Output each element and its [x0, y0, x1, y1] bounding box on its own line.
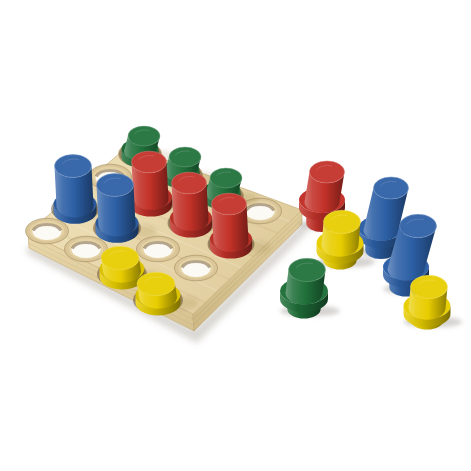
green-peg-top: [289, 258, 326, 281]
red-peg-top: [132, 151, 167, 173]
peg-board-photo: [0, 0, 471, 471]
yellow-peg-top: [411, 275, 448, 298]
green-peg-top: [128, 126, 160, 146]
blue-peg-top: [400, 214, 437, 237]
yellow-peg-top: [137, 272, 175, 296]
loose-pegs: [280, 161, 463, 330]
scene: [0, 0, 471, 471]
yellow-peg-top: [101, 246, 139, 270]
loose-peg-yellow-6[interactable]: [404, 275, 463, 329]
green-peg-top: [210, 168, 242, 188]
red-peg-top: [172, 172, 207, 194]
yellow-peg-top: [324, 210, 361, 233]
blue-peg-top: [55, 155, 92, 178]
blue-peg-top: [97, 174, 134, 197]
red-peg-top: [310, 161, 345, 183]
blue-peg-top: [374, 177, 409, 199]
hole-r4c1-empty[interactable]: [26, 218, 69, 244]
hole-r3c3-empty[interactable]: [137, 236, 180, 262]
hole-r3c4-empty[interactable]: [175, 255, 218, 281]
red-peg-top: [212, 193, 247, 215]
green-peg-top: [169, 147, 201, 167]
